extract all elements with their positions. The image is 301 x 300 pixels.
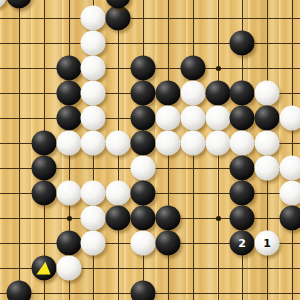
black-stone	[156, 81, 181, 106]
grid-line-horizontal	[0, 18, 300, 19]
white-stone	[255, 156, 280, 181]
white-stone	[106, 131, 131, 156]
white-stone	[181, 81, 206, 106]
white-stone	[81, 231, 106, 256]
white-stone	[280, 181, 301, 206]
black-stone	[57, 81, 82, 106]
grid-line-vertical	[292, 0, 293, 300]
white-stone	[81, 81, 106, 106]
white-stone	[131, 156, 156, 181]
white-stone	[81, 106, 106, 131]
white-stone	[81, 206, 106, 231]
black-stone	[57, 56, 82, 81]
white-stone	[206, 131, 231, 156]
grid-line-horizontal	[0, 43, 300, 44]
black-stone	[32, 181, 57, 206]
black-stone	[131, 131, 156, 156]
white-stone	[230, 131, 255, 156]
black-stone	[131, 81, 156, 106]
white-stone	[81, 6, 106, 31]
white-stone	[255, 131, 280, 156]
white-stone	[255, 81, 280, 106]
star-point	[216, 216, 221, 221]
white-stone	[81, 181, 106, 206]
black-stone	[131, 206, 156, 231]
black-stone	[230, 156, 255, 181]
black-stone	[106, 6, 131, 31]
black-stone: 2	[230, 231, 255, 256]
black-stone	[131, 106, 156, 131]
black-stone	[230, 206, 255, 231]
black-stone	[131, 56, 156, 81]
white-stone	[81, 56, 106, 81]
black-stone	[230, 106, 255, 131]
white-stone	[106, 181, 131, 206]
black-stone	[32, 256, 57, 281]
black-stone	[57, 231, 82, 256]
black-stone	[206, 81, 231, 106]
move-number-label: 1	[255, 231, 280, 256]
black-stone	[7, 0, 32, 9]
black-stone	[131, 281, 156, 300]
star-point	[216, 66, 221, 71]
black-stone	[32, 131, 57, 156]
black-stone	[131, 181, 156, 206]
black-stone	[7, 281, 32, 300]
white-stone	[181, 106, 206, 131]
white-stone	[57, 256, 82, 281]
white-stone: 1	[255, 231, 280, 256]
white-stone	[280, 106, 301, 131]
black-stone	[32, 156, 57, 181]
move-number-label: 2	[230, 231, 255, 256]
white-stone	[81, 131, 106, 156]
black-stone	[156, 231, 181, 256]
white-stone	[206, 106, 231, 131]
white-stone	[156, 106, 181, 131]
white-stone	[156, 131, 181, 156]
triangle-marker	[36, 261, 52, 276]
black-stone	[230, 31, 255, 56]
black-stone	[57, 106, 82, 131]
black-stone	[255, 106, 280, 131]
white-stone	[57, 131, 82, 156]
go-board[interactable]: 21	[0, 0, 300, 300]
white-stone	[81, 31, 106, 56]
black-stone	[230, 81, 255, 106]
black-stone	[156, 206, 181, 231]
white-stone	[0, 0, 7, 9]
white-stone	[181, 131, 206, 156]
black-stone	[280, 206, 301, 231]
black-stone	[181, 56, 206, 81]
star-point	[67, 216, 72, 221]
white-stone	[280, 156, 301, 181]
grid-line-vertical	[19, 0, 20, 300]
white-stone	[131, 231, 156, 256]
black-stone	[230, 181, 255, 206]
white-stone	[57, 181, 82, 206]
black-stone	[106, 206, 131, 231]
